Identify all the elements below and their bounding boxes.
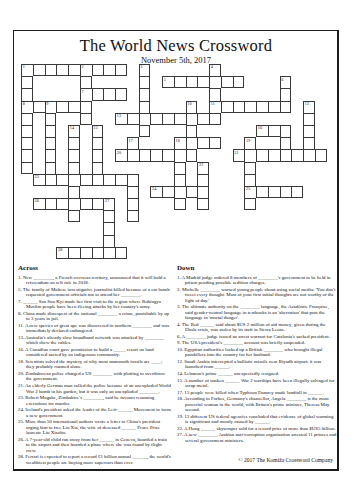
down-clue: 6. A ________ judge issued an arrest war… <box>177 334 337 339</box>
grid-cell <box>174 186 186 198</box>
across-section: Across 1. New ________, a French oversea… <box>18 264 171 466</box>
grid-cell: 13 <box>115 113 127 125</box>
grid-cell <box>244 162 256 174</box>
grid-cell <box>186 125 198 137</box>
grid-cell <box>115 247 127 259</box>
grid-cell <box>103 88 115 100</box>
grid-cell <box>92 162 104 174</box>
cell-number: 22 <box>199 163 203 167</box>
grid-cell <box>174 174 186 186</box>
grid-cell <box>92 174 104 186</box>
cell-number: 1 <box>23 65 25 69</box>
across-clue: 11. A new species of great ape was disco… <box>18 323 171 334</box>
cell-number: 28 <box>58 248 62 252</box>
grid-cell <box>127 198 139 210</box>
grid-cell <box>280 137 292 149</box>
grid-cell <box>162 149 174 161</box>
down-clue-list: 1. A Madrid judge ordered 8 members of _… <box>177 275 337 444</box>
grid-cell <box>244 101 256 113</box>
down-section: Down 1. A Madrid judge ordered 8 members… <box>177 264 337 444</box>
across-clue: 13. Australia's already slow broadband n… <box>18 335 171 346</box>
grid-cell: 26 <box>33 198 45 210</box>
down-clue: 17. 15 people were killed when Typhoon D… <box>177 390 337 395</box>
grid-cell <box>45 125 57 137</box>
across-clue: 21. An elderly German man called the pol… <box>18 383 171 394</box>
grid-cell <box>80 76 92 88</box>
grid-cell <box>68 64 80 76</box>
grid-cell <box>174 113 186 125</box>
grid-cell <box>103 247 115 259</box>
cell-number: 19 <box>246 139 250 143</box>
grid-cell <box>127 113 139 125</box>
across-clue: 26. A 7-year-old child ran away from her… <box>18 437 171 453</box>
grid-cell: 2 <box>80 64 92 76</box>
grid-cell <box>21 88 33 100</box>
grid-cell: 12 <box>303 101 315 113</box>
grid-cell <box>150 149 162 161</box>
grid-cell: 23 <box>33 174 45 186</box>
grid-cell: 14 <box>68 125 80 137</box>
cell-number: 11 <box>211 102 215 106</box>
grid-cell <box>186 137 198 149</box>
grid-cell <box>256 149 268 161</box>
grid-cell <box>80 113 92 125</box>
grid-cell <box>139 125 151 137</box>
grid-cell <box>103 222 115 234</box>
down-clue: 4. The Red ______ said about $US 2 milli… <box>177 322 337 333</box>
grid-cell <box>45 149 57 161</box>
grid-cell <box>291 186 303 198</box>
down-clue: 10. Egyptian authorities locked up a Bri… <box>177 347 337 358</box>
across-clue: 8. China made disrespect of the national… <box>18 311 171 322</box>
grid-cell <box>21 162 33 174</box>
grid-cell <box>139 88 151 100</box>
grid-cell <box>127 186 139 198</box>
grid-cell <box>68 247 80 259</box>
grid-cell <box>56 101 68 113</box>
cell-number: 3 <box>140 65 142 69</box>
grid-cell <box>45 137 57 149</box>
grid-cell <box>45 64 57 76</box>
grid-cell <box>127 210 139 222</box>
grid-cell: 15 <box>92 125 104 137</box>
grid-cell <box>303 113 315 125</box>
grid-cell <box>221 101 233 113</box>
grid-cell <box>68 101 80 113</box>
grid-cell <box>33 64 45 76</box>
grid-cell <box>268 149 280 161</box>
grid-cell <box>115 174 127 186</box>
across-clue-list: 1. New ________, a French overseas terri… <box>18 275 171 466</box>
grid-cell <box>303 149 315 161</box>
grid-cell <box>315 149 327 161</box>
grid-cell: 7 <box>80 88 92 100</box>
grid-cell <box>244 198 256 210</box>
grid-cell <box>103 174 115 186</box>
page-title: The World News Crossword <box>13 36 339 56</box>
grid-cell <box>209 76 221 88</box>
grid-cell <box>92 137 104 149</box>
grid-cell: 1 <box>21 64 33 76</box>
grid-cell <box>68 174 80 186</box>
grid-cell <box>256 101 268 113</box>
down-clue: 19. 13 different US federal agencies con… <box>177 414 337 425</box>
grid-cell <box>115 88 127 100</box>
grid-cell: 9 <box>45 101 57 113</box>
grid-cell <box>92 64 104 76</box>
cell-number: 27 <box>105 199 109 203</box>
across-clue: 25. More than 50 international authors w… <box>18 419 171 435</box>
grid-cell <box>80 174 92 186</box>
cell-number: 14 <box>70 126 74 130</box>
grid-cell <box>68 198 80 210</box>
across-clue: 16. A Canadian court gave permission to … <box>18 347 171 358</box>
grid-cell <box>186 149 198 161</box>
cell-number: 2 <box>82 65 84 69</box>
grid-cell <box>197 198 209 210</box>
grid-cell <box>209 137 221 149</box>
down-clue: 1. A Madrid judge ordered 8 members of _… <box>177 275 337 286</box>
cell-number: 26 <box>35 199 39 203</box>
grid-cell <box>174 149 186 161</box>
grid-cell <box>280 186 292 198</box>
grid-cell <box>174 76 186 88</box>
grid-cell <box>45 198 57 210</box>
grid-cell: 17 <box>127 137 139 149</box>
cell-number: 9 <box>46 102 48 106</box>
grid-cell <box>197 76 209 88</box>
grid-cell <box>162 113 174 125</box>
grid-cell <box>33 101 45 113</box>
across-clue: 7. ______ San Suu Kyi made her first vis… <box>18 299 171 310</box>
grid-cell <box>68 162 80 174</box>
grid-cell <box>68 137 80 149</box>
crossword-page: The World News Crossword November 5th, 2… <box>0 0 354 500</box>
grid-cell <box>197 174 209 186</box>
cell-number: 16 <box>258 126 262 130</box>
grid-cell <box>280 88 292 100</box>
grid-cell <box>139 76 151 88</box>
grid-cell <box>150 113 162 125</box>
grid-cell <box>244 174 256 186</box>
cell-number: 8 <box>23 102 25 106</box>
down-clue: 3. The ultimate authority on the _______… <box>177 304 337 320</box>
grid-cell <box>162 186 174 198</box>
grid-cell <box>103 64 115 76</box>
grid-cell <box>244 149 256 161</box>
grid-cell <box>233 101 245 113</box>
grid-cell: 4 <box>209 64 221 76</box>
cell-number: 6 <box>281 78 283 82</box>
grid-cell <box>80 198 92 210</box>
grid-cell <box>233 76 245 88</box>
grid-cell <box>127 149 139 161</box>
grid-cell <box>139 149 151 161</box>
cell-number: 15 <box>93 126 97 130</box>
grid-cell <box>80 101 92 113</box>
cell-number: 12 <box>305 102 309 106</box>
grid-cell <box>197 137 209 149</box>
grid-cell <box>21 149 33 161</box>
grid-cell: 18 <box>174 137 186 149</box>
footer-copyright: © 2017 The Komiža Crossword Company <box>13 457 333 463</box>
cell-number: 24 <box>152 187 156 191</box>
grid-cell <box>209 113 221 125</box>
grid-cell <box>209 88 221 100</box>
grid-cell <box>45 174 57 186</box>
down-clue: 22. A Hong ______ skyscraper sold for a … <box>177 426 337 431</box>
grid-cell <box>186 186 198 198</box>
grid-cell <box>197 186 209 198</box>
grid-cell: 25 <box>244 186 256 198</box>
grid-cell: 10 <box>186 101 198 113</box>
grid-cell <box>92 198 104 210</box>
grid-cell <box>68 210 80 222</box>
grid-cell <box>92 149 104 161</box>
grid-cell <box>280 125 292 137</box>
grid-cell <box>268 125 280 137</box>
grid-cell <box>68 186 80 198</box>
grid-cell <box>221 76 233 88</box>
grid-cell <box>21 76 33 88</box>
grid-cell: 28 <box>56 247 68 259</box>
grid-cell: 6 <box>280 76 292 88</box>
grid-cell <box>103 210 115 222</box>
grid-cell: 5 <box>162 76 174 88</box>
grid-cell <box>280 149 292 161</box>
cell-number: 18 <box>176 139 180 143</box>
grid-cell: 20 <box>115 149 127 161</box>
grid-cell <box>197 113 209 125</box>
grid-cell <box>268 186 280 198</box>
grid-cell <box>21 125 33 137</box>
grid-cell <box>303 125 315 137</box>
grid-cell <box>45 162 57 174</box>
down-clue: 27. A new ________ Arabian anti-corrupti… <box>177 432 337 443</box>
across-clue: 23. Robert Mugabe, Zimbabwe's ________, … <box>18 395 171 406</box>
grid-cell: 8 <box>21 101 33 113</box>
cell-number: 10 <box>187 102 191 106</box>
grid-cell <box>186 113 198 125</box>
grid-cell <box>56 198 68 210</box>
grid-cell: 22 <box>197 162 209 174</box>
grid-cell <box>115 64 127 76</box>
cell-number: 23 <box>35 175 39 179</box>
grid-cell <box>80 247 92 259</box>
grid-cell: 16 <box>256 125 268 137</box>
cell-number: 17 <box>129 139 133 143</box>
down-clue: 15. A number of sunken ______ War 2 wars… <box>177 378 337 389</box>
down-header: Down <box>177 264 337 272</box>
grid-cell <box>68 149 80 161</box>
across-clue: 24. Iceland's president asked the leader… <box>18 407 171 418</box>
grid-cell <box>103 235 115 247</box>
grid-cell <box>139 113 151 125</box>
grid-cell: 11 <box>209 101 221 113</box>
cell-number: 7 <box>82 90 84 94</box>
grid-cell <box>280 101 292 113</box>
across-header: Across <box>18 264 171 272</box>
cell-number: 21 <box>234 151 238 155</box>
grid-cell <box>56 64 68 76</box>
grid-cell <box>174 198 186 210</box>
grid-cell <box>56 174 68 186</box>
down-clue: 12. Saudi Arabia intercepted a ballistic… <box>177 359 337 370</box>
grid-cell <box>127 174 139 186</box>
down-clue: 14. Lebanon's prime ______ unexpectedly … <box>177 371 337 376</box>
grid-cell <box>256 186 268 198</box>
grid-cell <box>139 101 151 113</box>
across-clue: 5. The family of Maltese investigative j… <box>18 287 171 298</box>
grid-cell <box>174 162 186 174</box>
grid-cell <box>268 101 280 113</box>
down-clue: 18. According to Forbes, Germany's chanc… <box>177 396 337 412</box>
across-clue: 18. Scientists solved the mystery of why… <box>18 359 171 370</box>
grid-cell: 27 <box>103 198 115 210</box>
grid-cell <box>291 149 303 161</box>
cell-number: 13 <box>117 114 121 118</box>
cell-number: 5 <box>164 78 166 82</box>
grid-cell <box>21 137 33 149</box>
cell-number: 25 <box>246 187 250 191</box>
grid-cell: 21 <box>233 149 245 161</box>
across-clue: 1. New ________, a French overseas terri… <box>18 275 171 286</box>
down-clue: 2. Michelle ________ warned young people… <box>177 287 337 303</box>
grid-cell: 24 <box>150 186 162 198</box>
grid-cell <box>186 76 198 88</box>
grid-cell <box>92 88 104 100</box>
grid-cell <box>92 247 104 259</box>
cell-number: 4 <box>211 65 213 69</box>
across-clue: 20. Zimbabwean police charged a US _____… <box>18 371 171 382</box>
grid-cell <box>21 113 33 125</box>
grid-cell <box>45 113 57 125</box>
cell-number: 20 <box>117 151 121 155</box>
grid-cell: 19 <box>244 137 256 149</box>
crossword-grid: 1234567891011121314151617181920212223242… <box>21 64 327 259</box>
grid-cell: 3 <box>139 64 151 76</box>
grid-cell <box>303 137 315 149</box>
down-clue: 9. The USA president's ________ account … <box>177 340 337 345</box>
